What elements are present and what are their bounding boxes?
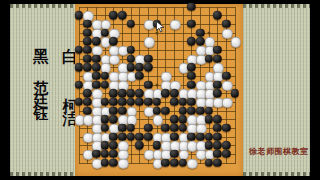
white-stone [118, 158, 128, 168]
black-stone [101, 124, 109, 132]
black-stone [92, 80, 100, 88]
black-stone [109, 115, 117, 123]
black-stone [127, 132, 135, 140]
black-stone [205, 106, 213, 114]
black-stone [127, 63, 135, 71]
black-stone [222, 150, 230, 158]
black-stone [83, 20, 91, 28]
black-stone [196, 37, 204, 45]
black-stone [118, 89, 126, 97]
black-stone [187, 132, 195, 140]
black-stone [196, 132, 204, 140]
black-stone [127, 98, 135, 106]
black-stone [92, 150, 100, 158]
black-stone [101, 115, 109, 123]
black-stone [144, 124, 152, 132]
black-stone [187, 72, 195, 80]
black-stone [109, 150, 117, 158]
black-stone [213, 89, 221, 97]
black-stone [83, 46, 91, 54]
black-stone [144, 98, 152, 106]
video-frame: 黑 范廷钰 白 柯洁 徐老师围棋教室 [0, 0, 320, 180]
black-stone [144, 63, 152, 71]
black-stone [135, 89, 143, 97]
black-stone [92, 63, 100, 71]
black-stone [92, 37, 100, 45]
black-stone [109, 141, 117, 149]
black-stone [101, 80, 109, 88]
black-stone [83, 63, 91, 71]
black-stone [83, 106, 91, 114]
black-stone [153, 141, 161, 149]
star-point [207, 31, 210, 34]
black-stone [101, 150, 109, 158]
black-stone [213, 132, 221, 140]
black-player-name: 范廷钰 [34, 68, 49, 107]
black-stone [231, 89, 239, 97]
black-stone [161, 158, 169, 166]
black-stone [109, 106, 117, 114]
black-stone [109, 37, 117, 45]
black-stone [83, 54, 91, 62]
black-stone [109, 11, 117, 19]
black-stone [75, 11, 83, 19]
black-stone [179, 158, 187, 166]
black-stone [144, 54, 152, 62]
black-stone [179, 115, 187, 123]
black-stone [109, 89, 117, 97]
player-info-panel: 黑 范廷钰 白 柯洁 [10, 4, 75, 176]
black-stone [144, 132, 152, 140]
black-stone [118, 132, 126, 140]
side-panel: 徐老师围棋教室 [243, 4, 310, 176]
black-stone [118, 124, 126, 132]
black-stone [170, 158, 178, 166]
grid-line-v [235, 7, 236, 164]
black-stone [118, 11, 126, 19]
black-stone [222, 72, 230, 80]
black-stone [213, 46, 221, 54]
white-stone [153, 115, 163, 125]
black-stone [127, 20, 135, 28]
black-stone [170, 132, 178, 140]
white-stone [222, 98, 232, 108]
star-point [155, 31, 158, 34]
black-stone [213, 54, 221, 62]
black-stone [75, 80, 83, 88]
black-stone [153, 98, 161, 106]
black-stone [196, 28, 204, 36]
black-stone [144, 80, 152, 88]
black-stone [187, 63, 195, 71]
white-stone [222, 28, 232, 38]
black-stone [196, 106, 204, 114]
black-stone [170, 89, 178, 97]
black-stone [135, 132, 143, 140]
black-stone [187, 37, 195, 45]
black-stone [179, 124, 187, 132]
black-stone [161, 124, 169, 132]
black-stone [213, 158, 221, 166]
black-stone [187, 98, 195, 106]
black-stone [135, 98, 143, 106]
white-stone [222, 80, 232, 90]
black-stone [213, 11, 221, 19]
black-stone [205, 115, 213, 123]
black-stone [170, 150, 178, 158]
black-stone [109, 98, 117, 106]
black-stone [213, 124, 221, 132]
black-stone [213, 115, 221, 123]
black-stone [75, 46, 83, 54]
black-stone [170, 124, 178, 132]
black-stone [101, 158, 109, 166]
black-stone [101, 28, 109, 36]
black-stone [127, 89, 135, 97]
black-stone [153, 106, 161, 114]
black-stone [179, 106, 187, 114]
black-stone [179, 98, 187, 106]
black-stone [205, 141, 213, 149]
black-stone [205, 54, 213, 62]
black-stone [109, 158, 117, 166]
black-stone [213, 80, 221, 88]
black-stone [118, 98, 126, 106]
black-stone [127, 54, 135, 62]
black-stone [83, 37, 91, 45]
black-stone [75, 98, 83, 106]
black-stone [187, 106, 195, 114]
black-stone [83, 89, 91, 97]
go-board[interactable] [75, 4, 243, 176]
black-stone [205, 158, 213, 166]
white-stone [187, 158, 197, 168]
black-stone [75, 63, 83, 71]
black-stone [92, 72, 100, 80]
black-stone [187, 80, 195, 88]
black-stone [153, 20, 161, 28]
black-stone [109, 132, 117, 140]
black-stone [127, 124, 135, 132]
black-stone [135, 63, 143, 71]
black-stone [222, 124, 230, 132]
black-stone [187, 20, 195, 28]
black-stone [101, 141, 109, 149]
black-stone [92, 54, 100, 62]
black-stone [127, 46, 135, 54]
black-stone [161, 106, 169, 114]
white-stone [109, 54, 119, 64]
black-stone [170, 115, 178, 123]
white-stone [144, 37, 154, 47]
black-stone [83, 98, 91, 106]
black-stone [101, 98, 109, 106]
black-stone [213, 150, 221, 158]
black-stone [83, 28, 91, 36]
black-stone [213, 141, 221, 149]
white-stone [170, 20, 180, 30]
white-stone [231, 37, 241, 47]
black-stone [135, 72, 143, 80]
star-point [155, 83, 158, 86]
watermark: 徐老师围棋教室 [249, 146, 309, 157]
black-stone [205, 132, 213, 140]
black-stone [101, 72, 109, 80]
black-stone [135, 141, 143, 149]
black-stone [187, 2, 195, 10]
black-stone [161, 89, 169, 97]
black-stone [222, 141, 230, 149]
black-stone [222, 20, 230, 28]
black-stone [170, 98, 178, 106]
black-stone [118, 106, 126, 114]
